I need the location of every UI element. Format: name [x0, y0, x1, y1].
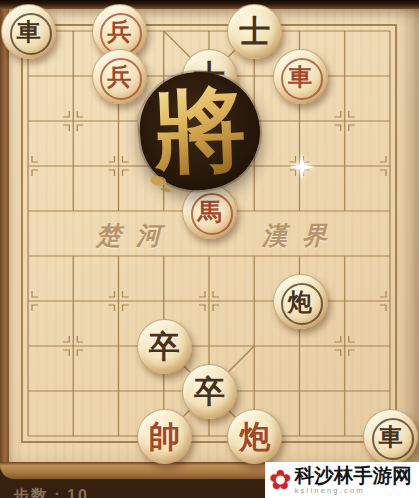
piece-black-cannon[interactable]: 炮 — [273, 274, 328, 329]
move-counter: 步数：10 — [13, 486, 89, 498]
piece-glyph: 車 — [364, 410, 417, 463]
piece-red-cannon[interactable]: 炮 — [227, 409, 282, 464]
check-banner-glyph: 將 — [152, 83, 247, 178]
piece-red-general[interactable]: 帥 — [137, 409, 192, 464]
piece-glyph: 炮 — [228, 410, 281, 463]
piece-glyph: 炮 — [274, 275, 327, 328]
piece-black-chariot[interactable]: 車 — [1, 4, 56, 59]
river-label-chu-he: 楚河 — [96, 219, 176, 252]
piece-glyph: 馬 — [183, 185, 236, 238]
piece-glyph: 帥 — [138, 410, 191, 463]
piece-black-chariot[interactable]: 車 — [363, 409, 418, 464]
sparkle-effect-icon — [289, 154, 315, 180]
piece-glyph: 車 — [2, 5, 55, 58]
watermark-site-name: 科沙林手游网 — [295, 466, 412, 486]
xiangqi-game-screen: { "game": "xiangqi", "app": { "hud_move_… — [0, 0, 419, 498]
river-label-han-jie: 漢界 — [262, 219, 342, 252]
watermark: ✿ 科沙林手游网 kslineng.com — [265, 462, 419, 498]
board-left-edge — [0, 9, 9, 462]
table-top-strip — [0, 0, 419, 9]
flower-icon: ✿ — [269, 467, 292, 494]
watermark-site-url: kslineng.com — [295, 487, 412, 495]
piece-red-horse[interactable]: 馬 — [182, 184, 237, 239]
piece-glyph: 車 — [274, 50, 327, 103]
piece-red-chariot[interactable]: 車 — [273, 49, 328, 104]
